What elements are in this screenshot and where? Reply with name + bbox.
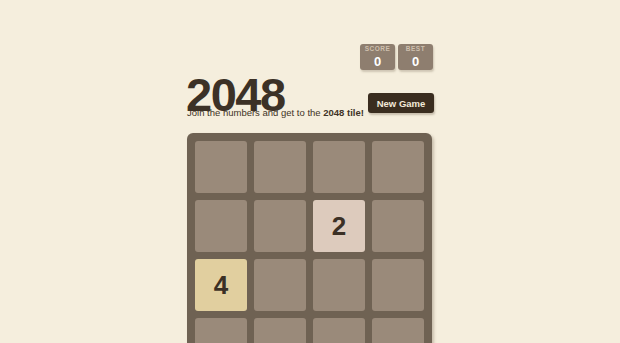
- board-cell-empty: [372, 259, 424, 311]
- tile-2: 2: [313, 200, 365, 252]
- board-cell-empty: [313, 318, 365, 343]
- best-value: 0: [412, 55, 419, 68]
- scoreboard: SCORE 0 BEST 0: [360, 44, 433, 70]
- board-cell-empty: [313, 259, 365, 311]
- game-intro-prefix: Join the numbers and get to the: [187, 107, 323, 118]
- game-intro-text: Join the numbers and get to the 2048 til…: [187, 107, 364, 118]
- board-cell-empty: [372, 141, 424, 193]
- score-value: 0: [374, 55, 381, 68]
- new-game-button[interactable]: New Game: [368, 93, 434, 113]
- best-box: BEST 0: [398, 44, 433, 70]
- board[interactable]: 24: [187, 133, 432, 343]
- best-label: BEST: [406, 46, 425, 53]
- board-cell-empty: [254, 318, 306, 343]
- board-cell-empty: [372, 318, 424, 343]
- board-cell-empty: [195, 200, 247, 252]
- game-intro-goal: 2048 tile!: [323, 107, 364, 118]
- board-cell-empty: [313, 141, 365, 193]
- board-cell-empty: [254, 200, 306, 252]
- score-box: SCORE 0: [360, 44, 395, 70]
- board-cell-empty: [254, 259, 306, 311]
- score-label: SCORE: [365, 46, 391, 53]
- board-cell-empty: [195, 318, 247, 343]
- board-cell-empty: [254, 141, 306, 193]
- tile-4: 4: [195, 259, 247, 311]
- board-cell-empty: [195, 141, 247, 193]
- board-cell-empty: [372, 200, 424, 252]
